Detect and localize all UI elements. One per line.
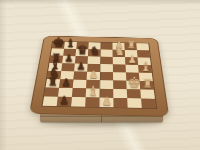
- square-a6[interactable]: [71, 97, 86, 107]
- piece-black-king[interactable]: ♚: [52, 35, 64, 48]
- square-f2[interactable]: ♟: [125, 57, 138, 65]
- square-a7[interactable]: ♟: [57, 97, 72, 107]
- square-b1[interactable]: [140, 90, 155, 99]
- square-g6[interactable]: ♛: [76, 49, 89, 56]
- piece-white-bishop[interactable]: ♝: [140, 61, 151, 73]
- square-g3[interactable]: ♞: [113, 50, 126, 57]
- square-a2[interactable]: [127, 98, 142, 108]
- piece-black-knight[interactable]: ♞: [89, 45, 100, 57]
- square-c8[interactable]: ♜: [46, 79, 61, 88]
- piece-black-pawn[interactable]: ♟: [64, 54, 73, 64]
- square-d6[interactable]: [73, 71, 87, 79]
- piece-black-rook[interactable]: ♜: [47, 76, 58, 88]
- square-d3[interactable]: [113, 72, 126, 80]
- piece-white-rook[interactable]: ♜: [142, 78, 153, 90]
- piece-white-pawn[interactable]: ♟: [102, 96, 112, 107]
- square-a8[interactable]: [43, 96, 58, 106]
- square-d4[interactable]: [100, 72, 113, 80]
- piece-white-knight[interactable]: ♞: [114, 45, 125, 57]
- piece-white-pawn[interactable]: ♟: [127, 55, 136, 65]
- square-b2[interactable]: [127, 89, 141, 98]
- chess-board-grid: ♚♝♟♜♛♞♞♜♟♟♝♟♝♞♟♜♟♚♜♝♟♟: [41, 41, 157, 109]
- piece-white-king[interactable]: ♚: [127, 75, 140, 90]
- photo-of-chess-set: ♚♝♟♜♛♞♞♜♟♟♝♟♝♞♟♜♟♚♜♝♟♟: [0, 0, 200, 150]
- square-h8[interactable]: ♚: [52, 42, 65, 49]
- square-b6[interactable]: [72, 88, 86, 97]
- chess-board-frame: ♚♝♟♜♛♞♞♜♟♟♝♟♝♞♟♜♟♚♜♝♟♟: [29, 36, 169, 117]
- square-a3[interactable]: [113, 98, 127, 108]
- square-e2[interactable]: [126, 65, 139, 73]
- square-f7[interactable]: ♟: [62, 56, 75, 64]
- square-b3[interactable]: [113, 89, 127, 98]
- square-a1[interactable]: [141, 98, 156, 108]
- piece-black-pawn[interactable]: ♟: [59, 95, 69, 106]
- square-a4[interactable]: ♟: [99, 98, 113, 108]
- square-d5[interactable]: ♟: [87, 72, 100, 80]
- piece-white-pawn[interactable]: ♟: [89, 70, 98, 80]
- piece-black-bishop[interactable]: ♝: [65, 38, 75, 49]
- square-e6[interactable]: ♟: [74, 64, 87, 72]
- square-c2[interactable]: ♚: [126, 81, 140, 90]
- square-c7[interactable]: ♟: [59, 79, 73, 88]
- piece-white-bishop[interactable]: ♝: [87, 85, 99, 98]
- square-h7[interactable]: ♝: [64, 42, 77, 49]
- square-c4[interactable]: [100, 80, 114, 89]
- piece-white-rook[interactable]: ♜: [126, 40, 135, 50]
- chess-board-scene: ♚♝♟♜♛♞♞♜♟♟♝♟♝♞♟♜♟♚♜♝♟♟: [37, 8, 163, 134]
- piece-black-queen[interactable]: ♛: [76, 44, 87, 57]
- square-b5[interactable]: ♝: [86, 88, 100, 97]
- square-b8[interactable]: [44, 88, 59, 97]
- square-e1[interactable]: ♝: [138, 65, 152, 73]
- square-c3[interactable]: [113, 80, 127, 89]
- square-g5[interactable]: ♞: [88, 49, 101, 56]
- square-c1[interactable]: ♜: [140, 81, 154, 90]
- square-h2[interactable]: ♜: [124, 43, 136, 50]
- piece-black-pawn[interactable]: ♟: [76, 62, 85, 72]
- square-a5[interactable]: [85, 97, 99, 107]
- square-c6[interactable]: [73, 80, 87, 89]
- piece-black-pawn[interactable]: ♟: [61, 77, 71, 88]
